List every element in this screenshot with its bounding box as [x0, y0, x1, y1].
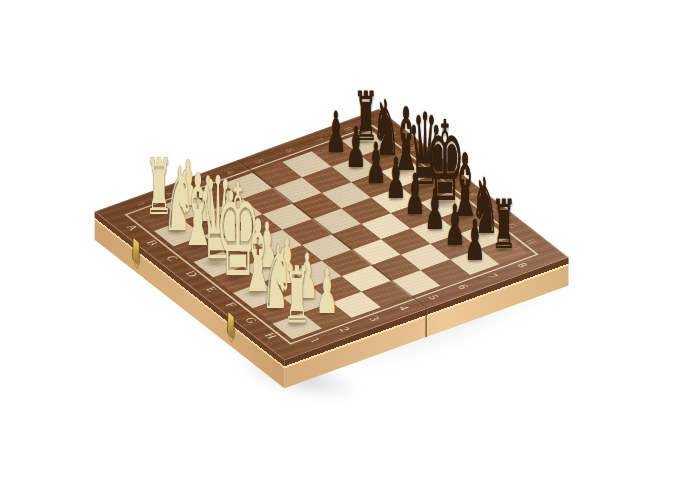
- black-pawn-h7[interactable]: ♟: [475, 262, 514, 306]
- piece-glyph: ♟: [386, 150, 406, 207]
- piece-glyph: ♟: [445, 196, 465, 253]
- piece-glyph: ♟: [405, 165, 425, 222]
- piece-glyph: ♟: [366, 134, 386, 191]
- piece-glyph: ♟: [346, 119, 366, 176]
- piece-glyph: ♟: [315, 260, 338, 323]
- pieces-layer: ♜♞♝♛♚♝♞♜♟♟♟♟♟♟♟♟♟♟♟♟♟♟♟♟♜♞♝♛♚♝♞♜: [0, 0, 700, 501]
- white-rook-h1[interactable]: ♜: [297, 326, 351, 386]
- piece-glyph: ♜: [492, 191, 516, 259]
- piece-glyph: ♟: [326, 103, 346, 160]
- piece-glyph: ♟: [425, 181, 445, 238]
- product-photo: AABBCCDDEEFFGGHH1122334455667788 ♜♞♝♛♚♝♞…: [0, 0, 700, 501]
- piece-glyph: ♜: [283, 257, 311, 335]
- piece-glyph: ♟: [465, 212, 485, 269]
